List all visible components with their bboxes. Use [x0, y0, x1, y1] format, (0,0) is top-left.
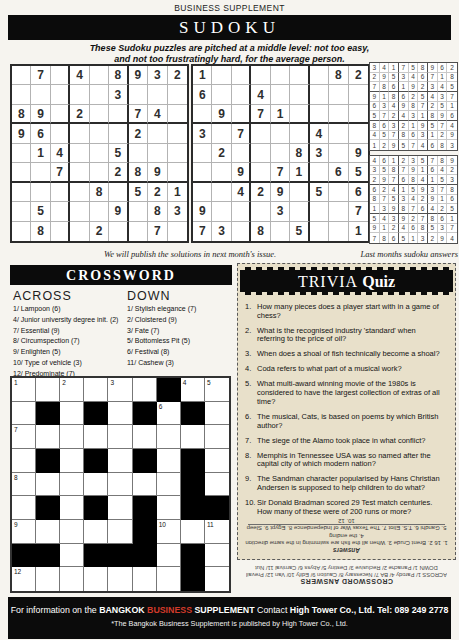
crossword-cell: [157, 496, 181, 520]
sudoku-cell: 8: [329, 66, 348, 85]
sudoku-cell: 9: [418, 121, 428, 131]
sudoku-cell: 6: [329, 163, 348, 182]
sudoku-cell: 1: [438, 195, 448, 205]
crossword-cell: [157, 567, 181, 591]
sudoku-cell: 4: [148, 105, 167, 124]
crossword-cell: [60, 402, 84, 426]
crossword-cell: [108, 567, 132, 591]
sudoku-cell: 9: [370, 92, 380, 102]
sudoku-cell: 3: [212, 222, 231, 241]
clue-number: 12: [14, 568, 21, 575]
sudoku-cell: 7: [129, 105, 148, 124]
crossword-clue: 5/ Bottomless Pit (5): [127, 337, 233, 344]
sudoku-cell: 7: [389, 131, 399, 141]
sudoku-cell: 7: [438, 185, 448, 195]
sudoku-cell: [310, 222, 329, 241]
sudoku-cell: 4: [418, 140, 428, 150]
question-text: Sir Donald Bradman scored 29 Test match …: [257, 499, 447, 516]
trivia-question: 2.What is the recognised industry 'stand…: [245, 327, 447, 344]
crossword-clue: 3/ Fate (7): [127, 327, 233, 334]
sudoku-cell: 2: [409, 214, 419, 224]
question-number: 8.: [245, 452, 257, 469]
sudoku-cell: 6: [418, 73, 428, 83]
sudoku-cell: 9: [389, 140, 399, 150]
trivia-answers-line2: 5. Gandhi 6. T.S. Eliot 7. The Texas War…: [244, 516, 449, 531]
sudoku-cell: 5: [428, 121, 438, 131]
sudoku-cell: 8: [12, 105, 31, 124]
sudoku-cell: [212, 202, 231, 221]
clue-number: 1: [14, 379, 18, 386]
crossword-cell: [60, 425, 84, 449]
sudoku-cell: 3: [409, 111, 419, 121]
sudoku-cell: [251, 144, 270, 163]
sudoku-cell: [109, 124, 128, 143]
sudoku-subtitle: These Sudoku puzzles are pitched at a mi…: [0, 43, 459, 64]
sudoku-cell: 7: [438, 121, 448, 131]
crossword-cell: [36, 520, 60, 544]
crossword-answers-down: DOWN 1/ Panache 2/ Reclusive 3/ Destiny …: [237, 564, 456, 571]
trivia-answers-upside-down: Answers 1. 16 2. Brent Crude 3. When all…: [244, 516, 449, 554]
sudoku-cell: 9: [129, 66, 148, 85]
sudoku-cell: 6: [399, 92, 409, 102]
sudoku-cell: [51, 183, 70, 202]
sudoku-cell: 2: [380, 140, 390, 150]
sudoku-cell: 9: [148, 163, 167, 182]
sudoku-cell: 8: [399, 204, 409, 214]
question-number: 4.: [245, 365, 257, 374]
sudoku-cell: 1: [418, 166, 428, 176]
sudoku-cell: 8: [380, 233, 390, 243]
sudoku-cell: 3: [399, 73, 409, 83]
sudoku-cell: [90, 66, 109, 85]
question-number: 7.: [245, 437, 257, 446]
trivia-question: 8.Memphis in Tennessee USA was so named …: [245, 452, 447, 469]
sudoku-cell: [271, 85, 290, 104]
crossword-cell: 12: [12, 567, 36, 591]
crossword-cell: [12, 496, 36, 520]
sudoku-cell: [212, 124, 231, 143]
crossword-block-cell: [36, 449, 60, 473]
sudoku-answer-grid-1: 3417589622953467187861923459186254376349…: [369, 62, 458, 151]
crossword-block-cell: [12, 544, 36, 568]
question-text: The Sandman character popularised by Han…: [257, 475, 447, 492]
sudoku-cell: 1: [428, 175, 438, 185]
trivia-question: 3.When does a shoal of fish technically …: [245, 350, 447, 359]
trivia-answers-line1: 1. 16 2. Brent Crude 3. When all the fis…: [244, 531, 449, 546]
sudoku-cell: 3: [438, 224, 448, 234]
crossword-cell: [205, 544, 229, 568]
sudoku-cell: 8: [428, 111, 438, 121]
sudoku-cell: 3: [399, 195, 409, 205]
sudoku-cell: 9: [447, 156, 457, 166]
question-text: What multi-award winning movie of the 19…: [257, 380, 447, 406]
sudoku-cell: 6: [389, 233, 399, 243]
sudoku-cell: 4: [380, 214, 390, 224]
sudoku-cell: [168, 85, 187, 104]
sudoku-cell: 5: [409, 185, 419, 195]
sudoku-cell: [168, 222, 187, 241]
sudoku-cell: 8: [418, 63, 428, 73]
crossword-cell: [108, 473, 132, 497]
question-number: 2.: [245, 327, 257, 344]
sudoku-cell: 7: [380, 111, 390, 121]
trivia-question: 9.The Sandman character popularised by H…: [245, 475, 447, 492]
sudoku-cell: 5: [418, 92, 428, 102]
crossword-cell: [157, 449, 181, 473]
sudoku-cell: [70, 85, 89, 104]
sudoku-cell: [251, 124, 270, 143]
question-text: Memphis in Tennessee USA was so named af…: [257, 452, 447, 469]
crossword-block-cell: [133, 449, 157, 473]
sudoku-cell: [329, 202, 348, 221]
crossword-cell: [205, 567, 229, 591]
sudoku-cell: 5: [370, 111, 380, 121]
sudoku-cell: 9: [438, 111, 448, 121]
sudoku-cell: 5: [380, 131, 390, 141]
sudoku-cell: 7: [428, 156, 438, 166]
sudoku-cell: 2: [399, 121, 409, 131]
sudoku-cell: [31, 183, 50, 202]
sudoku-cell: [129, 202, 148, 221]
sudoku-cell: [90, 124, 109, 143]
sudoku-cell: 5: [109, 144, 128, 163]
sudoku-cell: 3: [193, 124, 212, 143]
sudoku-cell: 3: [168, 202, 187, 221]
sudoku-cell: 4: [399, 224, 409, 234]
crossword-answers-upside-down: CROSSWORD ANSWERS ACROSS 1/ Parody 4/ BA…: [237, 564, 456, 585]
crossword-block-cell: [133, 402, 157, 426]
sudoku-cell: [349, 105, 368, 124]
sudoku-cell: [109, 105, 128, 124]
sudoku-cell: 5: [380, 166, 390, 176]
sudoku-cell: 8: [409, 175, 419, 185]
sudoku-cell: [349, 124, 368, 143]
clue-number: 4: [183, 379, 187, 386]
footer-brand-business: BUSINESS: [147, 605, 192, 615]
sudoku-cell: [310, 202, 329, 221]
sudoku-cell: 9: [409, 82, 419, 92]
sudoku-cell: [51, 222, 70, 241]
sudoku-cell: 9: [380, 73, 390, 83]
sudoku-cell: 1: [193, 66, 212, 85]
sudoku-cell: 9: [418, 185, 428, 195]
sudoku-cell: 4: [389, 185, 399, 195]
sudoku-cell: [70, 202, 89, 221]
sudoku-cell: 4: [380, 63, 390, 73]
sudoku-cell: [232, 105, 251, 124]
crossword-cell: 6: [157, 402, 181, 426]
sudoku-cell: [212, 163, 231, 182]
sudoku-cell: 6: [31, 124, 50, 143]
sudoku-cell: 5: [447, 82, 457, 92]
sudoku-cell: 5: [389, 73, 399, 83]
crossword-cell: [60, 496, 84, 520]
sudoku-cell: 2: [447, 63, 457, 73]
sudoku-cell: [168, 124, 187, 143]
crossword-clue: 9/ Enlighten (5): [13, 348, 125, 355]
sudoku-cell: 8: [290, 144, 309, 163]
question-text: The musical, Cats, is based on poems by …: [257, 413, 447, 430]
crossword-block-cell: [181, 473, 205, 497]
crossword-cell: [157, 544, 181, 568]
sudoku-cell: 2: [438, 131, 448, 141]
sudoku-cell: [212, 85, 231, 104]
sudoku-cell: 6: [447, 195, 457, 205]
sudoku-cell: 2: [447, 166, 457, 176]
sudoku-cell: 7: [447, 224, 457, 234]
sudoku-cell: 1: [409, 233, 419, 243]
sudoku-cell: 4: [447, 233, 457, 243]
sudoku-cell: 6: [389, 82, 399, 92]
sudoku-cell: [51, 66, 70, 85]
sudoku-cell: 9: [399, 102, 409, 112]
question-number: 9.: [245, 475, 257, 492]
sudoku-cell: 8: [90, 183, 109, 202]
sudoku-cell: 3: [447, 140, 457, 150]
sudoku-cell: 8: [380, 82, 390, 92]
trivia-quiz-panel: TRIVIA Quiz 1.How many pieces does a pla…: [237, 263, 456, 560]
crossword-cell: [133, 473, 157, 497]
sudoku-cell: 4: [409, 195, 419, 205]
sudoku-cell: 8: [148, 202, 167, 221]
footer-company: High Tower Co., Ltd.: [290, 605, 375, 615]
clue-number: 9: [14, 521, 18, 528]
crossword-block-cell: [36, 402, 60, 426]
sudoku-cell: 3: [380, 102, 390, 112]
sudoku-cell: 1: [271, 105, 290, 124]
crossword-cell: [60, 544, 84, 568]
sudoku-cell: [290, 124, 309, 143]
sudoku-cell: 8: [370, 121, 380, 131]
sudoku-cell: [290, 85, 309, 104]
sudoku-cell: [51, 85, 70, 104]
clue-number: 2: [62, 379, 66, 386]
sudoku-cell: 1: [447, 214, 457, 224]
sudoku-cell: [329, 183, 348, 202]
sudoku-cell: [329, 222, 348, 241]
crossword-cell: [60, 473, 84, 497]
sudoku-cell: 2: [349, 66, 368, 85]
question-text: What is the recognised industry 'standar…: [257, 327, 447, 344]
sudoku-cell: [51, 105, 70, 124]
sudoku-cell: [129, 144, 148, 163]
crossword-clue: 10/ Type of vehicle (3): [13, 359, 125, 366]
sudoku-cell: 2: [418, 195, 428, 205]
sudoku-cell: 7: [193, 222, 212, 241]
sudoku-cell: [70, 144, 89, 163]
sudoku-cell: 2: [251, 183, 270, 202]
sudoku-answer-grid-2: 4612357893587916422976841536241593788753…: [369, 155, 458, 244]
sudoku-cell: 2: [370, 73, 380, 83]
crossword-cell: 11: [205, 520, 229, 544]
crossword-cell: [181, 520, 205, 544]
sudoku-cell: 5: [418, 156, 428, 166]
sudoku-cell: 5: [370, 214, 380, 224]
crossword-clue: 1/ Lampoon (6): [13, 305, 125, 312]
sudoku-cell: 8: [31, 222, 50, 241]
sudoku-cell: 5: [31, 202, 50, 221]
question-number: 3.: [245, 350, 257, 359]
sudoku-cell: 8: [438, 140, 448, 150]
crossword-cell: [108, 449, 132, 473]
sudoku-cell: 3: [389, 214, 399, 224]
sudoku-cell: 1: [399, 185, 409, 195]
sudoku-cell: 8: [409, 102, 419, 112]
crossword-block-cell: [84, 449, 108, 473]
crossword-clue: 11/ Cashew (3): [127, 359, 233, 366]
crossword-section-title: CROSSWORD: [10, 265, 232, 285]
sudoku-cell: 9: [212, 105, 231, 124]
question-text: When does a shoal of fish technically be…: [257, 350, 447, 359]
sudoku-cell: 8: [251, 222, 270, 241]
sudoku-cell: 4: [370, 131, 380, 141]
sudoku-cell: 6: [409, 131, 419, 141]
crossword-cell: [60, 520, 84, 544]
sudoku-cell: [212, 66, 231, 85]
crossword-cell: [108, 520, 132, 544]
sudoku-cell: 7: [399, 63, 409, 73]
footer-telephone: Tel: 089 249 2778: [375, 605, 449, 615]
sudoku-cell: [12, 222, 31, 241]
crossword-cell: [84, 473, 108, 497]
sudoku-cell: [90, 85, 109, 104]
crossword-clue: 2/ Cloistered (9): [127, 316, 233, 323]
sudoku-cell: 4: [232, 183, 251, 202]
sudoku-cell: 4: [399, 111, 409, 121]
sudoku-cell: [310, 163, 329, 182]
sudoku-cell: [251, 66, 270, 85]
sudoku-cell: [232, 66, 251, 85]
clue-number: 8: [14, 474, 18, 481]
crossword-cell: [84, 567, 108, 591]
sudoku-cell: 3: [310, 144, 329, 163]
sudoku-cell: [70, 124, 89, 143]
sudoku-cell: 3: [428, 82, 438, 92]
page-kicker: BUSINESS SUPPLEMENT: [0, 3, 459, 13]
crossword-block-cell: [181, 496, 205, 520]
crossword-cell: 5: [205, 378, 229, 402]
sudoku-cell: [168, 105, 187, 124]
sudoku-cell: 2: [90, 222, 109, 241]
crossword-block-cell: [84, 496, 108, 520]
sudoku-cell: 5: [129, 183, 148, 202]
crossword-block-cell: [133, 496, 157, 520]
sudoku-cell: 7: [399, 166, 409, 176]
footer-brand-supplement: SUPPLEMENT: [192, 605, 255, 615]
crossword-cell: 3: [108, 378, 132, 402]
sudoku-cell: 4: [438, 166, 448, 176]
sudoku-cell: 2: [370, 175, 380, 185]
sudoku-cell: 5: [438, 102, 448, 112]
sudoku-cell: 3: [380, 204, 390, 214]
sudoku-cell: 9: [428, 63, 438, 73]
crossword-cell: 8: [12, 473, 36, 497]
sudoku-cell: [349, 85, 368, 104]
sudoku-cell: 7: [447, 92, 457, 102]
sudoku-cell: 2: [168, 66, 187, 85]
sudoku-cell: 4: [370, 156, 380, 166]
sudoku-cell: 4: [51, 144, 70, 163]
sudoku-cell: [168, 144, 187, 163]
sudoku-cell: [90, 202, 109, 221]
crossword-cell: [60, 449, 84, 473]
sudoku-cell: 5: [428, 224, 438, 234]
crossword-cell: [36, 378, 60, 402]
sudoku-cell: 9: [370, 224, 380, 234]
crossword-answers-across: ACROSS 1/ Parody 4/ BA 7/ Necessary 8/ C…: [237, 571, 456, 578]
sudoku-cell: 2: [428, 233, 438, 243]
sudoku-cell: 1: [438, 73, 448, 83]
sudoku-cell: 8: [418, 224, 428, 234]
sudoku-cell: 4: [428, 204, 438, 214]
sudoku-cell: 9: [409, 166, 419, 176]
sudoku-cell: 7: [409, 204, 419, 214]
sudoku-cell: [310, 66, 329, 85]
sudoku-cell: [329, 85, 348, 104]
sudoku-cell: 9: [380, 175, 390, 185]
sudoku-cell: 6: [380, 156, 390, 166]
question-text: Coda refers to what part of a musical wo…: [257, 365, 447, 374]
sudoku-cell: [12, 144, 31, 163]
sudoku-cell: 7: [370, 82, 380, 92]
sudoku-cell: 8: [109, 66, 128, 85]
sudoku-cell: [12, 202, 31, 221]
sudoku-cell: 3: [418, 131, 428, 141]
sudoku-cell: 1: [290, 163, 309, 182]
sudoku-cell: 2: [418, 82, 428, 92]
sudoku-cell: 7: [251, 105, 270, 124]
sudoku-cell: 8: [399, 131, 409, 141]
crossword-cell: [108, 425, 132, 449]
sudoku-cell: [212, 183, 231, 202]
question-text: The siege of the Alamo took place in wha…: [257, 437, 447, 446]
crossword-block-cell: [36, 496, 60, 520]
sudoku-cell: 4: [447, 121, 457, 131]
sudoku-cell: [271, 144, 290, 163]
crossword-clue: 7/ Essential (9): [13, 327, 125, 334]
crossword-clue: 1/ Stylish elegance (7): [127, 305, 233, 312]
sudoku-cell: 1: [389, 156, 399, 166]
sudoku-cell: 8: [438, 156, 448, 166]
sudoku-cell: 5: [290, 222, 309, 241]
clue-number: 3: [110, 379, 114, 386]
sudoku-cell: [12, 183, 31, 202]
sudoku-cell: 2: [109, 163, 128, 182]
sudoku-cell: 3: [418, 233, 428, 243]
puzzle-page: BUSINESS SUPPLEMENT SUDOKU These Sudoku …: [0, 0, 459, 640]
sudoku-cell: 9: [12, 124, 31, 143]
footer-pre-text: For information on the: [11, 605, 100, 615]
sudoku-cell: 8: [389, 92, 399, 102]
down-clue-list: 1/ Stylish elegance (7)2/ Cloistered (9)…: [127, 305, 233, 370]
sudoku-section-title: SUDOKU: [8, 15, 451, 40]
sudoku-cell: [31, 163, 50, 182]
crossword-block-cell: [181, 402, 205, 426]
sudoku-cell: 5: [310, 183, 329, 202]
crossword-cell: [60, 567, 84, 591]
crossword-block-cell: [157, 378, 181, 402]
sudoku-cell: 1: [349, 222, 368, 241]
sudoku-cell: [12, 66, 31, 85]
sudoku-cell: 2: [389, 111, 399, 121]
sudoku-cell: [129, 222, 148, 241]
crossword-clue: 8/ Circumspection (7): [13, 337, 125, 344]
sudoku-cell: 6: [447, 111, 457, 121]
sudoku-cell: 6: [428, 166, 438, 176]
footer-contact-line: For information on the BANGKOK BUSINESS …: [8, 605, 451, 615]
sudoku-cell: 4: [389, 102, 399, 112]
sudoku-cell: 7: [389, 175, 399, 185]
